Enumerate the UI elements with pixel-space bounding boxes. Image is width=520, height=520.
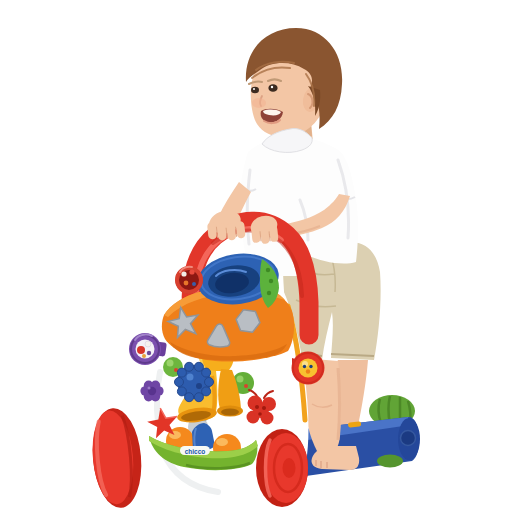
right-wheel xyxy=(256,429,308,507)
green-ball-right-dot xyxy=(244,384,248,388)
green-ball-left-highlight xyxy=(167,360,174,367)
spiky-ball-highlight xyxy=(187,374,194,381)
bell-right-inner xyxy=(221,409,239,416)
right-eye-glint xyxy=(271,86,273,88)
smiley-face xyxy=(299,359,318,378)
spiky-ball-texture xyxy=(196,383,202,389)
roller-bottom xyxy=(377,455,403,468)
left-eye xyxy=(251,87,259,93)
left-eye-glint xyxy=(253,88,255,90)
bar-end-boss xyxy=(401,431,416,446)
orange-ball-2-highlight xyxy=(216,438,228,446)
smiley-spinner xyxy=(292,352,325,385)
right-wheel-hub xyxy=(283,458,296,478)
blue-spiky-ball xyxy=(175,362,214,401)
green-ball-right-highlight xyxy=(237,376,244,383)
toddler-head xyxy=(246,28,342,137)
right-eye xyxy=(268,84,277,92)
leg-shadow xyxy=(338,368,340,440)
scene-illustration: chicco xyxy=(0,0,520,520)
chicco-logo: chicco xyxy=(185,448,206,455)
photo-canvas: chicco xyxy=(0,0,520,520)
smiley-nose xyxy=(306,369,310,373)
cheek-blush xyxy=(252,98,266,108)
